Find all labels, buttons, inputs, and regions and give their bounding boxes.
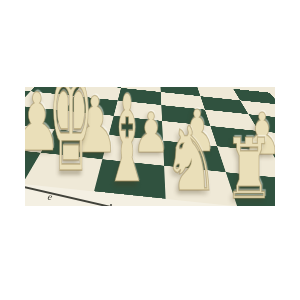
pieces-layer: ♟♟♟♟♟♚♝♞♜ bbox=[25, 87, 275, 206]
piece-white-king: ♚ bbox=[49, 87, 93, 194]
piece-white-rook: ♜ bbox=[224, 127, 274, 206]
page-canvas: e ♟♟♟♟♟♚♝♞♜ bbox=[0, 0, 300, 300]
piece-white-bishop: ♝ bbox=[104, 87, 150, 200]
piece-white-knight: ♞ bbox=[163, 116, 219, 205]
chess-set-product-photo[interactable]: e ♟♟♟♟♟♚♝♞♜ bbox=[25, 87, 275, 206]
